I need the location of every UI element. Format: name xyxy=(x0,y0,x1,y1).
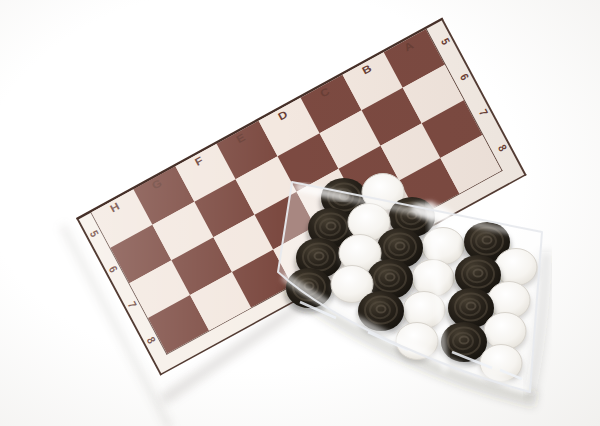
checkers-set-photo: 56785678HGFEDCBA xyxy=(0,0,600,426)
bag-of-checkers xyxy=(0,0,600,426)
